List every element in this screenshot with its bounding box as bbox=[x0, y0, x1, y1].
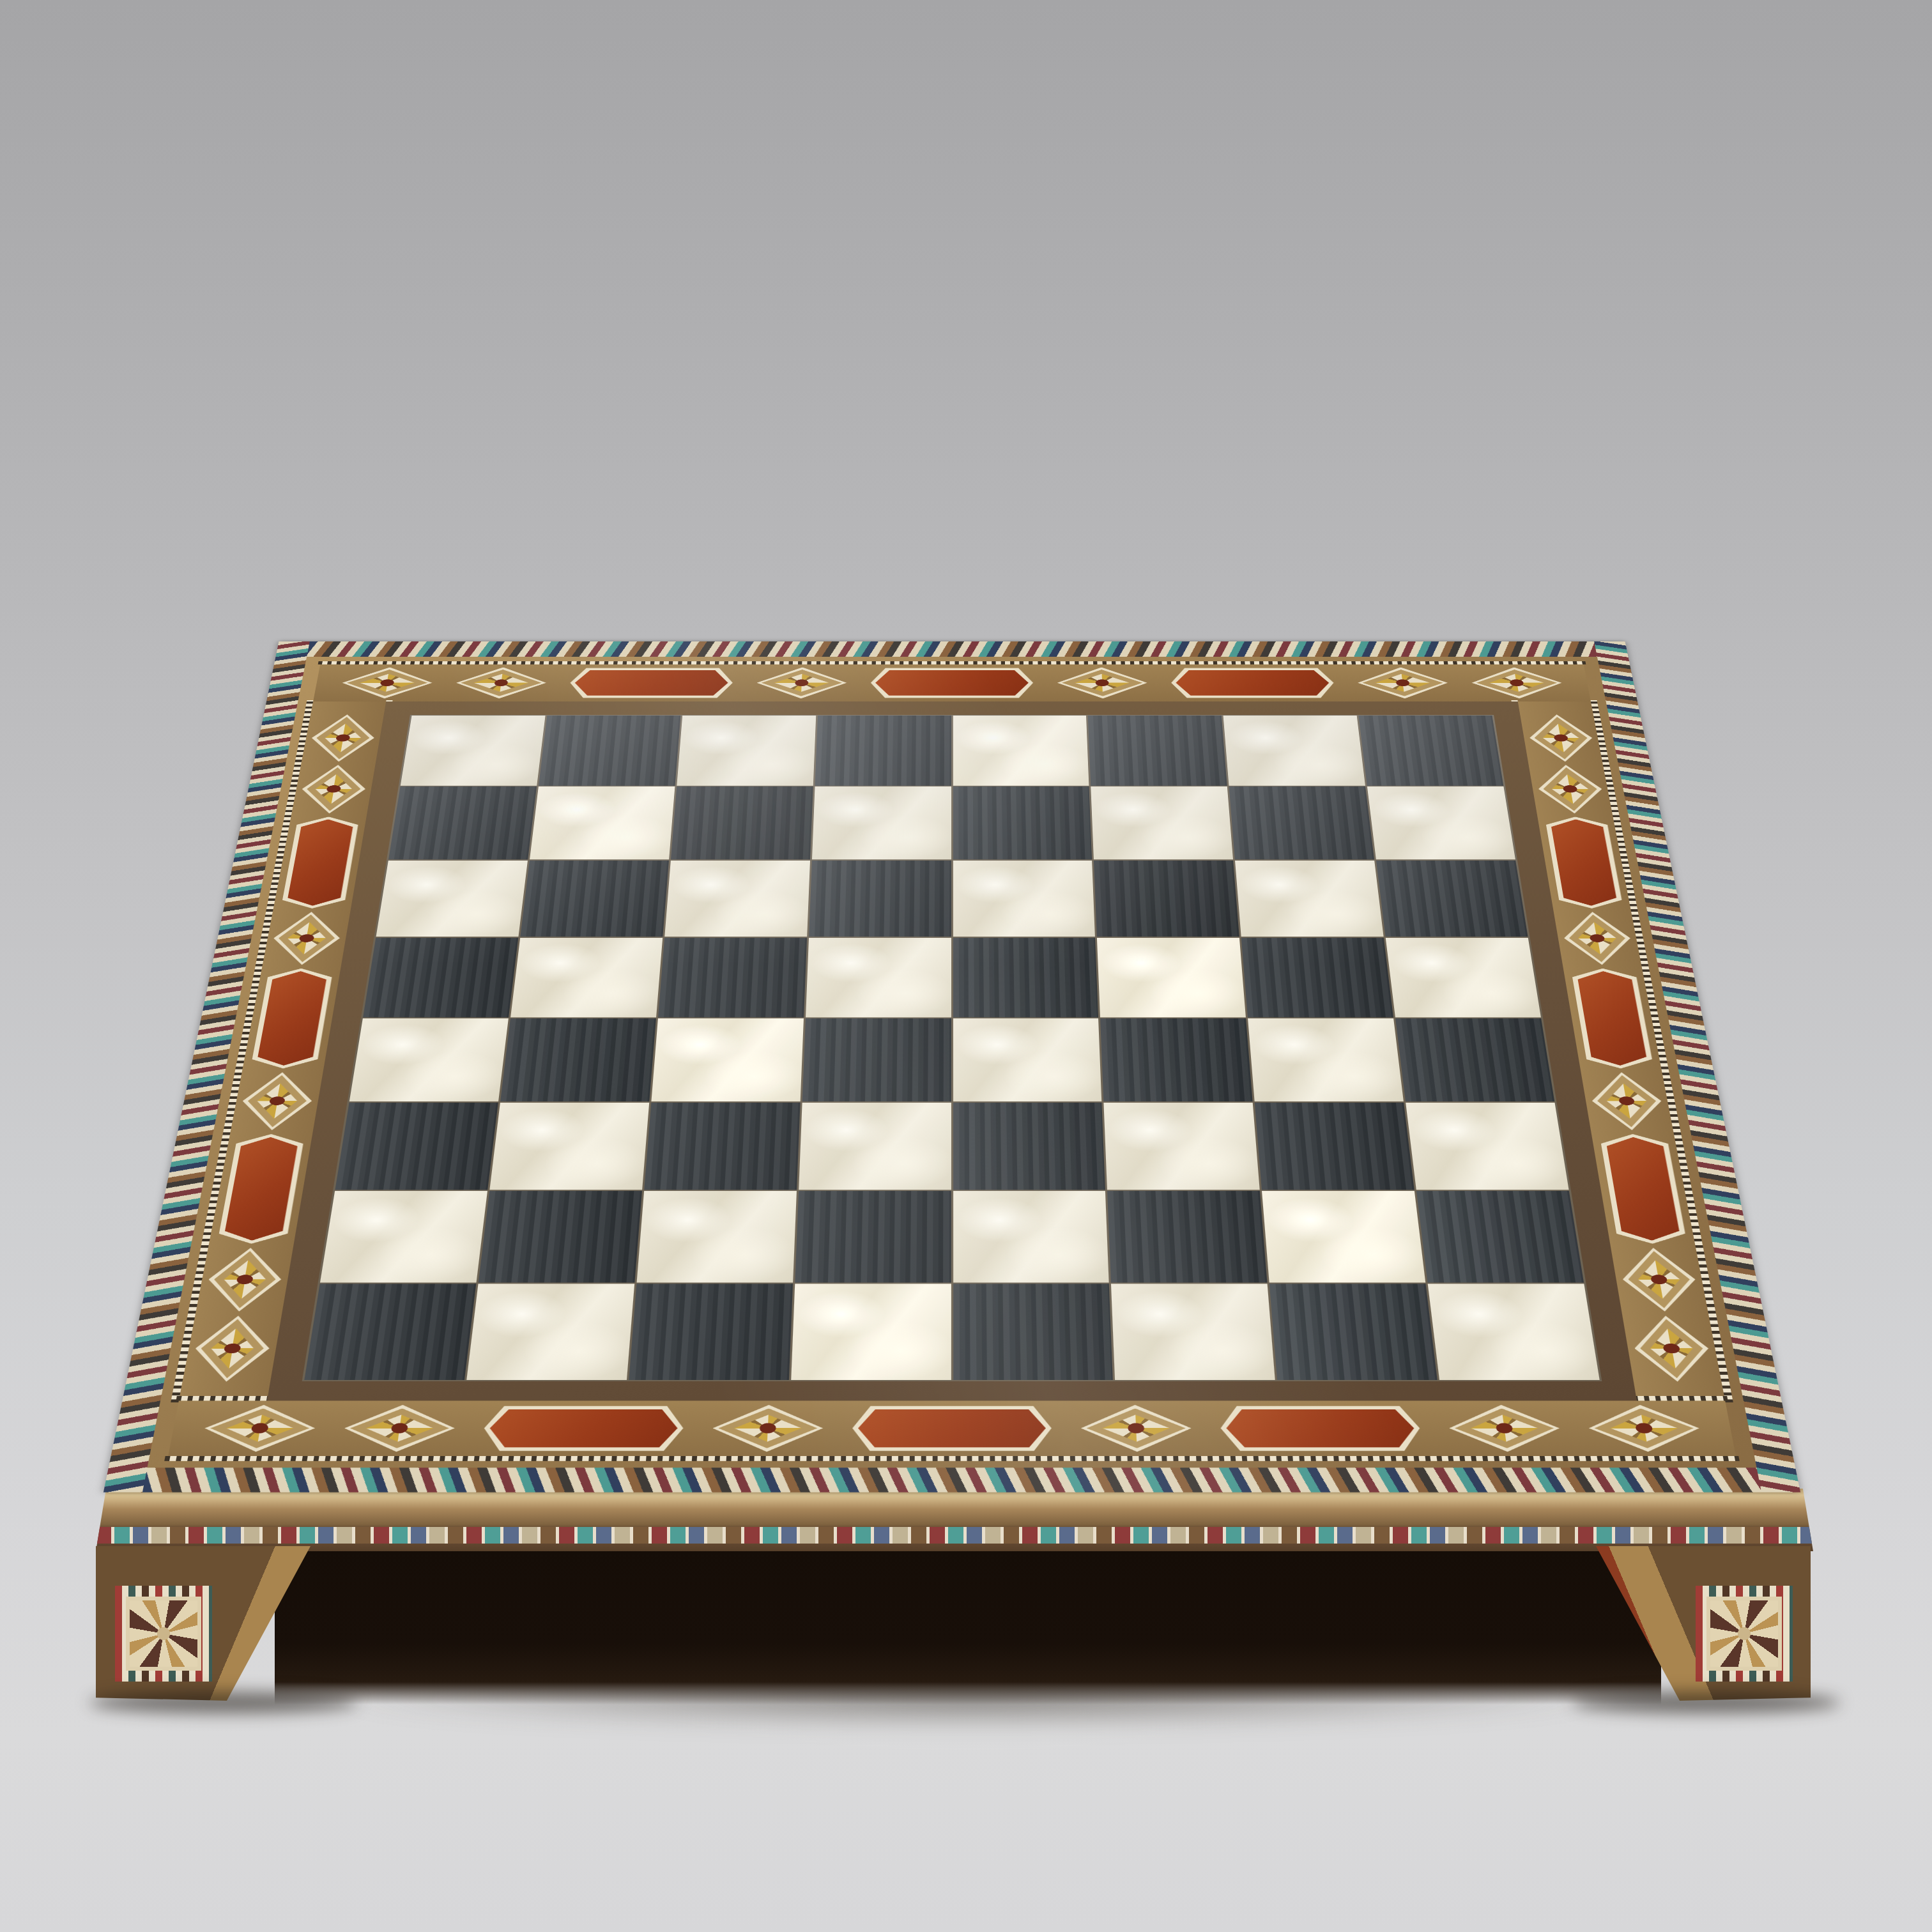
inlay-center bbox=[1576, 971, 1648, 1066]
inlay-center bbox=[487, 1409, 678, 1448]
square-g6[interactable] bbox=[1235, 861, 1383, 937]
inlay-center bbox=[1225, 1409, 1416, 1448]
star-icon bbox=[1540, 724, 1582, 753]
star-icon bbox=[1549, 774, 1591, 804]
square-d8[interactable] bbox=[815, 716, 951, 785]
star-inlay-icon bbox=[130, 1600, 197, 1667]
star-diamond-inlay bbox=[201, 1405, 319, 1452]
square-g8[interactable] bbox=[1223, 716, 1365, 785]
square-e2[interactable] bbox=[953, 1191, 1109, 1282]
star-icon bbox=[1608, 1414, 1680, 1441]
inlay-center bbox=[761, 670, 843, 696]
inlay-center bbox=[1175, 670, 1330, 696]
square-d5[interactable] bbox=[806, 938, 951, 1018]
star-icon bbox=[254, 1084, 300, 1119]
star-diamond-inlay bbox=[1057, 667, 1148, 698]
inlay-center bbox=[209, 1251, 281, 1308]
square-c5[interactable] bbox=[658, 938, 807, 1018]
square-f4[interactable] bbox=[1100, 1018, 1252, 1101]
square-f5[interactable] bbox=[1097, 938, 1246, 1018]
inlay-center bbox=[1635, 1319, 1708, 1378]
red-hexagon-inlay bbox=[1170, 668, 1336, 698]
square-b6[interactable] bbox=[520, 861, 668, 937]
square-h5[interactable] bbox=[1386, 938, 1541, 1018]
star-diamond-inlay bbox=[1080, 1405, 1193, 1452]
inlay-center bbox=[303, 767, 365, 811]
square-b4[interactable] bbox=[500, 1018, 656, 1101]
star-diamond-inlay bbox=[339, 667, 434, 698]
star-icon bbox=[733, 1414, 802, 1441]
star-icon bbox=[284, 922, 328, 954]
square-d4[interactable] bbox=[802, 1018, 951, 1101]
left-leg-panel-field bbox=[126, 1597, 201, 1671]
scene bbox=[0, 0, 1932, 1932]
square-e5[interactable] bbox=[953, 938, 1098, 1018]
inlay-center bbox=[195, 1319, 269, 1378]
square-a3[interactable] bbox=[335, 1103, 498, 1190]
right-leg-star-panel bbox=[1696, 1586, 1793, 1682]
star-icon bbox=[1075, 674, 1130, 692]
chessboard bbox=[103, 641, 1800, 1492]
square-f1[interactable] bbox=[1111, 1284, 1275, 1380]
red-hexagon-inlay bbox=[1599, 1134, 1687, 1244]
inlay-center bbox=[347, 1408, 451, 1448]
front-apron bbox=[96, 1489, 1813, 1551]
star-icon bbox=[774, 674, 829, 692]
star-inlay-icon bbox=[1710, 1600, 1778, 1667]
square-c8[interactable] bbox=[677, 716, 816, 785]
star-diamond-inlay bbox=[1587, 1072, 1667, 1130]
square-c2[interactable] bbox=[636, 1191, 796, 1282]
red-hexagon-inlay bbox=[280, 816, 360, 908]
square-h2[interactable] bbox=[1416, 1191, 1584, 1282]
square-e4[interactable] bbox=[953, 1018, 1102, 1101]
inlay-center bbox=[274, 914, 339, 962]
square-d2[interactable] bbox=[795, 1191, 951, 1282]
inlay-center bbox=[1591, 1408, 1697, 1448]
square-a1[interactable] bbox=[304, 1284, 476, 1380]
square-f7[interactable] bbox=[1091, 786, 1234, 859]
square-f6[interactable] bbox=[1094, 861, 1239, 937]
star-diamond-inlay bbox=[307, 714, 378, 762]
star-diamond-inlay bbox=[203, 1248, 287, 1312]
square-g1[interactable] bbox=[1269, 1284, 1437, 1380]
inlay-center bbox=[1086, 1408, 1187, 1448]
star-icon bbox=[1635, 1260, 1684, 1299]
red-hexagon-inlay bbox=[1219, 1406, 1422, 1451]
square-f8[interactable] bbox=[1088, 716, 1227, 785]
star-icon bbox=[1374, 674, 1432, 692]
square-e6[interactable] bbox=[953, 861, 1095, 937]
square-c6[interactable] bbox=[664, 861, 810, 937]
red-hexagon-inlay bbox=[870, 668, 1033, 698]
inlay-center bbox=[256, 971, 328, 1066]
square-b3[interactable] bbox=[489, 1103, 649, 1190]
star-diamond-inlay bbox=[756, 667, 847, 698]
inlay-center bbox=[717, 1408, 818, 1448]
red-hexagon-inlay bbox=[569, 668, 734, 698]
square-a8[interactable] bbox=[401, 716, 546, 785]
star-diamond-inlay bbox=[189, 1315, 275, 1381]
star-icon bbox=[224, 1414, 295, 1441]
inlay-center bbox=[1623, 1251, 1696, 1308]
square-g3[interactable] bbox=[1255, 1103, 1414, 1190]
inlay-center bbox=[1565, 914, 1630, 962]
star-diamond-inlay bbox=[341, 1405, 457, 1452]
star-diamond-inlay bbox=[1469, 667, 1565, 698]
board-grid bbox=[302, 715, 1602, 1381]
inlay-center bbox=[1061, 670, 1143, 696]
star-diamond-inlay bbox=[1526, 714, 1597, 762]
star-icon bbox=[364, 1414, 435, 1441]
striped-edge-band-bottom bbox=[103, 1468, 1800, 1492]
inlay-center bbox=[312, 717, 373, 759]
square-h7[interactable] bbox=[1367, 786, 1515, 859]
red-hexagon-inlay bbox=[250, 969, 333, 1069]
square-h8[interactable] bbox=[1359, 716, 1504, 785]
board-top-surface bbox=[103, 641, 1800, 1492]
star-icon bbox=[1488, 674, 1546, 692]
square-a7[interactable] bbox=[388, 786, 537, 859]
square-h6[interactable] bbox=[1376, 861, 1528, 937]
square-d1[interactable] bbox=[791, 1284, 951, 1380]
right-leg-shadow bbox=[1572, 1692, 1840, 1713]
star-diamond-inlay bbox=[1534, 765, 1606, 813]
square-b5[interactable] bbox=[510, 938, 663, 1018]
square-g5[interactable] bbox=[1241, 938, 1393, 1018]
inlay-center bbox=[1361, 670, 1445, 696]
star-diamond-inlay bbox=[297, 765, 369, 813]
inlay-center bbox=[1550, 819, 1618, 905]
star-diamond-inlay bbox=[1617, 1248, 1701, 1312]
square-h3[interactable] bbox=[1406, 1103, 1568, 1190]
mosaic-border-bottom bbox=[168, 1400, 1736, 1456]
star-diamond-inlay bbox=[711, 1405, 824, 1452]
star-icon bbox=[322, 724, 364, 753]
square-a6[interactable] bbox=[376, 861, 528, 937]
inlay-center bbox=[223, 1137, 299, 1241]
right-leg-panel-field bbox=[1706, 1597, 1782, 1671]
inlay-center bbox=[243, 1075, 311, 1127]
square-f3[interactable] bbox=[1104, 1103, 1260, 1190]
inlay-center bbox=[1475, 670, 1560, 696]
square-d7[interactable] bbox=[812, 786, 951, 859]
left-leg-shadow bbox=[89, 1692, 358, 1713]
square-e3[interactable] bbox=[953, 1103, 1106, 1190]
star-icon bbox=[1575, 922, 1620, 954]
square-b1[interactable] bbox=[466, 1284, 634, 1380]
inlay-center bbox=[1593, 1075, 1661, 1127]
striped-edge-band-top bbox=[275, 641, 1628, 657]
square-c7[interactable] bbox=[671, 786, 813, 859]
inlay-center bbox=[459, 670, 543, 696]
square-a5[interactable] bbox=[363, 938, 518, 1018]
red-hexagon-inlay bbox=[852, 1406, 1052, 1451]
square-g4[interactable] bbox=[1248, 1018, 1404, 1101]
square-c1[interactable] bbox=[629, 1284, 793, 1380]
square-a2[interactable] bbox=[320, 1191, 487, 1282]
star-icon bbox=[312, 774, 355, 804]
mosaic-border-top bbox=[313, 664, 1591, 701]
star-diamond-inlay bbox=[1585, 1405, 1703, 1452]
square-e8[interactable] bbox=[953, 716, 1089, 785]
red-hexagon-inlay bbox=[1570, 969, 1653, 1069]
star-icon bbox=[1469, 1414, 1540, 1441]
star-diamond-inlay bbox=[1560, 912, 1636, 965]
star-diamond-inlay bbox=[1446, 1405, 1563, 1452]
square-g2[interactable] bbox=[1262, 1191, 1425, 1282]
under-board-recess-shadow bbox=[275, 1544, 1661, 1705]
star-diamond-inlay bbox=[1629, 1315, 1715, 1381]
inlay-center bbox=[1540, 767, 1602, 811]
square-c4[interactable] bbox=[651, 1018, 803, 1101]
left-leg-star-panel bbox=[115, 1586, 212, 1682]
inlay-center bbox=[1605, 1137, 1681, 1241]
inlay-center bbox=[207, 1408, 312, 1448]
red-hexagon-inlay bbox=[1544, 816, 1623, 908]
inlay-center bbox=[286, 819, 355, 905]
star-icon bbox=[473, 674, 530, 692]
inlay-center bbox=[574, 670, 729, 696]
square-g7[interactable] bbox=[1229, 786, 1374, 859]
square-b2[interactable] bbox=[479, 1191, 642, 1282]
square-c3[interactable] bbox=[644, 1103, 800, 1190]
square-e7[interactable] bbox=[953, 786, 1092, 859]
square-d3[interactable] bbox=[799, 1103, 951, 1190]
square-d6[interactable] bbox=[809, 861, 951, 937]
star-icon bbox=[1646, 1328, 1696, 1368]
red-hexagon-inlay bbox=[217, 1134, 305, 1244]
star-diamond-inlay bbox=[237, 1072, 317, 1130]
star-icon bbox=[1102, 1414, 1170, 1441]
red-hexagon-inlay bbox=[482, 1406, 685, 1451]
square-a4[interactable] bbox=[349, 1018, 509, 1101]
star-diamond-inlay bbox=[454, 667, 548, 698]
star-icon bbox=[358, 674, 417, 692]
square-f2[interactable] bbox=[1107, 1191, 1267, 1282]
inlay-center bbox=[1452, 1408, 1556, 1448]
inlay-center bbox=[857, 1409, 1046, 1448]
inlay-center bbox=[1531, 717, 1591, 759]
star-icon bbox=[220, 1260, 270, 1299]
star-diamond-inlay bbox=[1356, 667, 1450, 698]
inlay-center bbox=[875, 670, 1029, 696]
inlay-center bbox=[344, 670, 429, 696]
star-icon bbox=[1604, 1084, 1650, 1119]
square-b7[interactable] bbox=[530, 786, 675, 859]
square-h1[interactable] bbox=[1428, 1284, 1600, 1380]
square-b8[interactable] bbox=[539, 716, 680, 785]
square-h4[interactable] bbox=[1395, 1018, 1554, 1101]
star-diamond-inlay bbox=[268, 912, 344, 965]
star-icon bbox=[207, 1328, 257, 1368]
square-e1[interactable] bbox=[953, 1284, 1114, 1380]
